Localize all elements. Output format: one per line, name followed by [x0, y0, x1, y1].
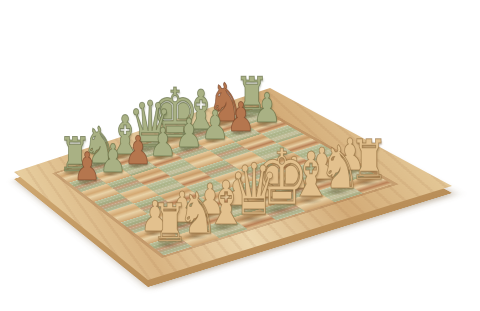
chess-set-photo: ♜♞♟♝♟♚♟♛♟♝♟♞♟♟♜♟♟♟♜♟♞♟♝♟♚♟♛♟♝♟♞♜ [0, 0, 480, 311]
pieces-layer: ♜♞♟♝♟♚♟♛♟♝♟♞♟♟♜♟♟♟♜♟♞♟♝♟♚♟♛♟♝♟♞♜ [0, 0, 480, 311]
piece-glyph: ♟ [201, 105, 229, 145]
piece-glyph: ♜ [152, 198, 189, 251]
piece-glyph: ♟ [99, 139, 126, 178]
piece-glyph: ♟ [124, 131, 152, 170]
piece-glyph: ♟ [175, 114, 203, 154]
piece-glyph: ♟ [150, 123, 178, 163]
piece-glyph: ♟ [74, 148, 101, 187]
piece-glyph: ♟ [253, 88, 281, 129]
piece-glyph: ♟ [227, 97, 255, 137]
